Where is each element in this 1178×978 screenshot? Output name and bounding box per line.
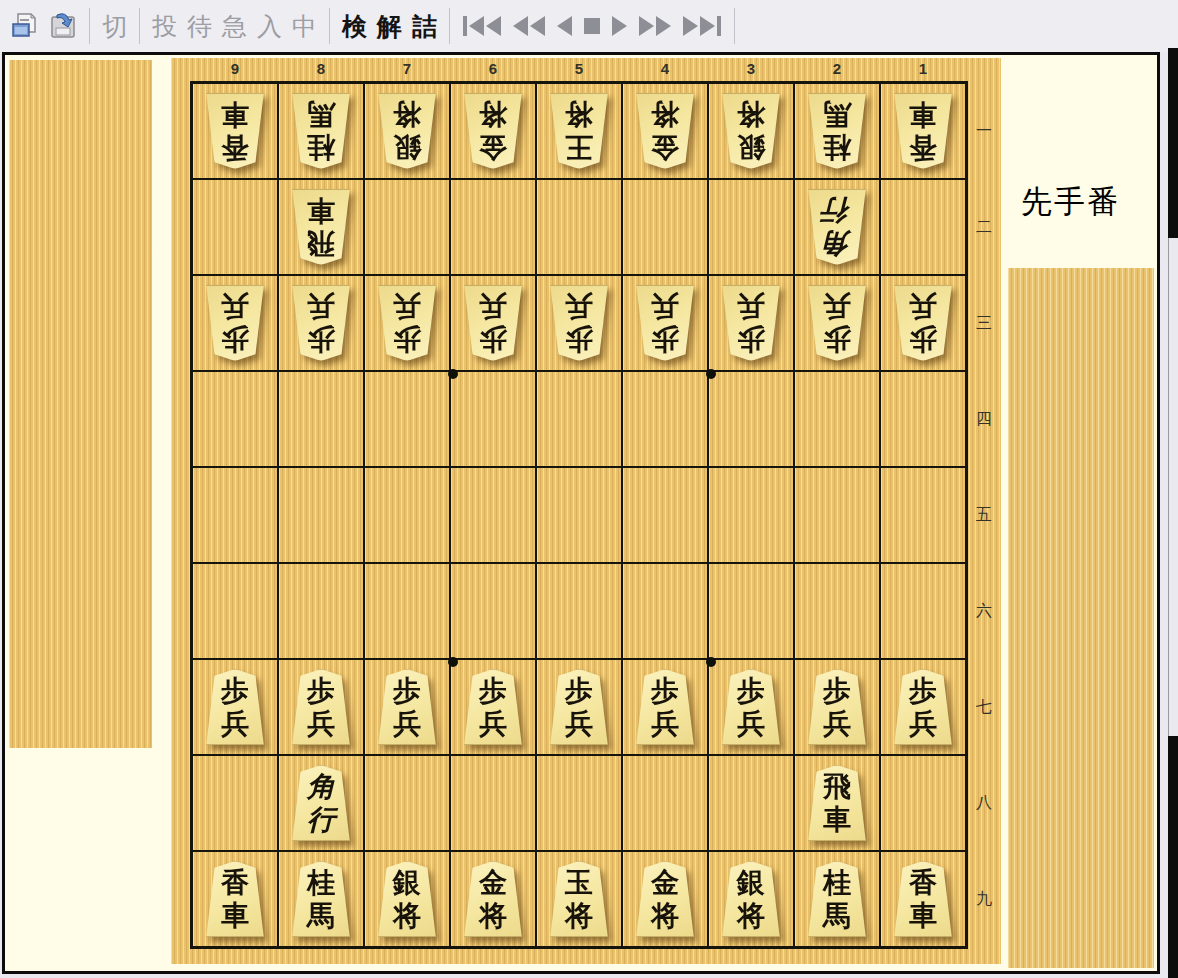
- piece-face: 銀将: [719, 93, 783, 169]
- toolbar-separator: [734, 8, 735, 44]
- piece-face: 歩兵: [203, 669, 267, 745]
- sente-piece-玉将-59[interactable]: 玉将: [547, 861, 611, 937]
- square-3-6[interactable]: [709, 564, 793, 658]
- gote-piece-stand[interactable]: [9, 60, 152, 748]
- square-8-8[interactable]: 角行: [279, 756, 363, 850]
- stop-button[interactable]: [584, 16, 600, 36]
- game-4-button[interactable]: 中: [287, 14, 322, 39]
- piece-face: 金将: [461, 861, 525, 937]
- square-1-7[interactable]: 歩兵: [881, 660, 965, 754]
- file-label-7: 7: [365, 60, 449, 77]
- square-1-2[interactable]: [881, 180, 965, 274]
- square-1-5[interactable]: [881, 468, 965, 562]
- square-2-2[interactable]: 角行: [795, 180, 879, 274]
- sente-piece-歩兵-77[interactable]: 歩兵: [375, 669, 439, 745]
- sente-piece-飛車-28[interactable]: 飛車: [805, 765, 869, 841]
- toolbar-separator: [329, 8, 330, 44]
- gote-piece-香車-11[interactable]: 香車: [891, 93, 955, 169]
- square-9-6[interactable]: [193, 564, 277, 658]
- piece-face: 銀将: [375, 861, 439, 937]
- rank-coordinate-labels: 一二三四五六七八九: [972, 84, 996, 946]
- sente-piece-歩兵-37[interactable]: 歩兵: [719, 669, 783, 745]
- rank-label-2: 二: [972, 180, 996, 274]
- piece-face: 歩兵: [461, 285, 525, 361]
- shogi-board: 987654321 香車桂馬銀将金将王将金将銀将桂馬香車飛車角行歩兵歩兵歩兵歩兵…: [171, 58, 1001, 964]
- square-2-8[interactable]: 飛車: [795, 756, 879, 850]
- square-3-7[interactable]: 歩兵: [709, 660, 793, 754]
- game-0-button[interactable]: 投: [147, 14, 182, 39]
- piece-face: 歩兵: [891, 285, 955, 361]
- sente-piece-stand[interactable]: [1008, 268, 1154, 968]
- square-1-4[interactable]: [881, 372, 965, 466]
- square-1-3[interactable]: 歩兵: [881, 276, 965, 370]
- piece-face: 銀将: [375, 93, 439, 169]
- gote-piece-香車-91[interactable]: 香車: [203, 93, 267, 169]
- piece-face: 歩兵: [375, 669, 439, 745]
- square-3-3[interactable]: 歩兵: [709, 276, 793, 370]
- toolbar-group-game: 投待急入中: [147, 14, 322, 39]
- file-label-2: 2: [795, 60, 879, 77]
- square-5-4[interactable]: [537, 372, 621, 466]
- star-point: [706, 657, 716, 667]
- gote-piece-金将-41[interactable]: 金将: [633, 93, 697, 169]
- square-7-9[interactable]: 銀将: [365, 852, 449, 946]
- rank-label-5: 五: [972, 468, 996, 562]
- square-7-1[interactable]: 銀将: [365, 84, 449, 178]
- square-4-7[interactable]: 歩兵: [623, 660, 707, 754]
- star-point: [706, 369, 716, 379]
- turn-indicator: 先手番: [1021, 181, 1120, 223]
- gote-piece-桂馬-21[interactable]: 桂馬: [805, 93, 869, 169]
- square-8-1[interactable]: 桂馬: [279, 84, 363, 178]
- square-3-5[interactable]: [709, 468, 793, 562]
- square-2-6[interactable]: [795, 564, 879, 658]
- square-5-1[interactable]: 王将: [537, 84, 621, 178]
- square-7-5[interactable]: [365, 468, 449, 562]
- toolbar: 切 投待急入中 検解詰: [0, 0, 1178, 52]
- gote-piece-歩兵-43[interactable]: 歩兵: [633, 285, 697, 361]
- save-file-icon[interactable]: [47, 10, 79, 42]
- square-6-4[interactable]: [451, 372, 535, 466]
- file-coordinate-labels: 987654321: [193, 60, 965, 77]
- square-2-7[interactable]: 歩兵: [795, 660, 879, 754]
- square-4-5[interactable]: [623, 468, 707, 562]
- file-label-4: 4: [623, 60, 707, 77]
- sente-piece-歩兵-17[interactable]: 歩兵: [891, 669, 955, 745]
- analysis-1-button[interactable]: 解: [372, 14, 407, 39]
- square-5-2[interactable]: [537, 180, 621, 274]
- square-6-9[interactable]: 金将: [451, 852, 535, 946]
- square-6-3[interactable]: 歩兵: [451, 276, 535, 370]
- square-7-2[interactable]: [365, 180, 449, 274]
- file-label-9: 9: [193, 60, 277, 77]
- piece-face: 歩兵: [891, 669, 955, 745]
- sente-piece-歩兵-67[interactable]: 歩兵: [461, 669, 525, 745]
- board-grid: 香車桂馬銀将金将王将金将銀将桂馬香車飛車角行歩兵歩兵歩兵歩兵歩兵歩兵歩兵歩兵歩兵…: [190, 81, 968, 949]
- toolbar-group-cut: 切: [97, 14, 132, 39]
- square-9-5[interactable]: [193, 468, 277, 562]
- square-8-6[interactable]: [279, 564, 363, 658]
- piece-face: 歩兵: [461, 669, 525, 745]
- square-6-6[interactable]: [451, 564, 535, 658]
- sente-piece-金将-49[interactable]: 金将: [633, 861, 697, 937]
- file-label-6: 6: [451, 60, 535, 77]
- square-4-4[interactable]: [623, 372, 707, 466]
- cut-0-button[interactable]: 切: [97, 14, 132, 39]
- square-9-9[interactable]: 香車: [193, 852, 277, 946]
- square-9-7[interactable]: 歩兵: [193, 660, 277, 754]
- sente-piece-角行-88[interactable]: 角行: [289, 765, 353, 841]
- analysis-2-button[interactable]: 詰: [407, 14, 442, 39]
- skip-to-start-button[interactable]: [463, 16, 501, 36]
- toolbar-separator: [139, 8, 140, 44]
- square-7-3[interactable]: 歩兵: [365, 276, 449, 370]
- square-5-5[interactable]: [537, 468, 621, 562]
- file-label-8: 8: [279, 60, 363, 77]
- piece-face: 桂馬: [805, 861, 869, 937]
- piece-face: 歩兵: [633, 285, 697, 361]
- square-6-8[interactable]: [451, 756, 535, 850]
- square-8-3[interactable]: 歩兵: [279, 276, 363, 370]
- shogi-board-window: 987654321 香車桂馬銀将金将王将金将銀将桂馬香車飛車角行歩兵歩兵歩兵歩兵…: [2, 52, 1160, 974]
- piece-face: 王将: [547, 93, 611, 169]
- star-point: [448, 369, 458, 379]
- game-1-button[interactable]: 待: [182, 14, 217, 39]
- square-2-5[interactable]: [795, 468, 879, 562]
- toolbar-separator: [449, 8, 450, 44]
- square-9-2[interactable]: [193, 180, 277, 274]
- gote-piece-歩兵-63[interactable]: 歩兵: [461, 285, 525, 361]
- rank-label-3: 三: [972, 276, 996, 370]
- adjacent-window-border: [1168, 238, 1169, 736]
- square-1-8[interactable]: [881, 756, 965, 850]
- sente-piece-香車-19[interactable]: 香車: [891, 861, 955, 937]
- sente-piece-歩兵-97[interactable]: 歩兵: [203, 669, 267, 745]
- square-9-3[interactable]: 歩兵: [193, 276, 277, 370]
- gote-piece-金将-61[interactable]: 金将: [461, 93, 525, 169]
- piece-face: 桂馬: [805, 93, 869, 169]
- square-2-9[interactable]: 桂馬: [795, 852, 879, 946]
- square-1-6[interactable]: [881, 564, 965, 658]
- sente-piece-桂馬-29[interactable]: 桂馬: [805, 861, 869, 937]
- sente-piece-歩兵-47[interactable]: 歩兵: [633, 669, 697, 745]
- piece-face: 歩兵: [289, 669, 353, 745]
- square-3-4[interactable]: [709, 372, 793, 466]
- square-6-5[interactable]: [451, 468, 535, 562]
- piece-face: 香車: [891, 93, 955, 169]
- square-6-2[interactable]: [451, 180, 535, 274]
- step-back-button[interactable]: [557, 16, 572, 36]
- square-7-6[interactable]: [365, 564, 449, 658]
- gote-piece-歩兵-83[interactable]: 歩兵: [289, 285, 353, 361]
- shogi-app: 切 投待急入中 検解詰 987654321 香車桂馬銀将金将王将金将銀将桂馬香車…: [0, 0, 1178, 978]
- square-8-7[interactable]: 歩兵: [279, 660, 363, 754]
- sente-piece-歩兵-27[interactable]: 歩兵: [805, 669, 869, 745]
- sente-piece-歩兵-87[interactable]: 歩兵: [289, 669, 353, 745]
- piece-face: 歩兵: [547, 669, 611, 745]
- rank-label-1: 一: [972, 84, 996, 178]
- piece-face: 香車: [891, 861, 955, 937]
- square-4-1[interactable]: 金将: [623, 84, 707, 178]
- game-2-button[interactable]: 急: [217, 14, 252, 39]
- skip-to-end-button[interactable]: [683, 16, 721, 36]
- gote-piece-歩兵-33[interactable]: 歩兵: [719, 285, 783, 361]
- square-8-9[interactable]: 桂馬: [279, 852, 363, 946]
- square-2-4[interactable]: [795, 372, 879, 466]
- sente-piece-銀将-39[interactable]: 銀将: [719, 861, 783, 937]
- file-label-1: 1: [881, 60, 965, 77]
- piece-face: 香車: [203, 93, 267, 169]
- piece-face: 歩兵: [375, 285, 439, 361]
- square-4-9[interactable]: 金将: [623, 852, 707, 946]
- piece-face: 歩兵: [719, 669, 783, 745]
- adjacent-window-edge: [1168, 48, 1178, 238]
- gote-piece-角行-22[interactable]: 角行: [805, 189, 869, 265]
- sente-piece-歩兵-57[interactable]: 歩兵: [547, 669, 611, 745]
- square-8-4[interactable]: [279, 372, 363, 466]
- file-label-5: 5: [537, 60, 621, 77]
- toolbar-separator: [89, 8, 90, 44]
- square-4-2[interactable]: [623, 180, 707, 274]
- gote-piece-王将-51[interactable]: 王将: [547, 93, 611, 169]
- adjacent-window-edge: [1168, 736, 1178, 978]
- square-1-1[interactable]: 香車: [881, 84, 965, 178]
- piece-face: 桂馬: [289, 93, 353, 169]
- file-label-3: 3: [709, 60, 793, 77]
- gote-piece-桂馬-81[interactable]: 桂馬: [289, 93, 353, 169]
- square-4-6[interactable]: [623, 564, 707, 658]
- square-5-7[interactable]: 歩兵: [537, 660, 621, 754]
- piece-face: 歩兵: [289, 285, 353, 361]
- rewind-button[interactable]: [513, 16, 545, 36]
- square-7-7[interactable]: 歩兵: [365, 660, 449, 754]
- piece-face: 金将: [633, 93, 697, 169]
- square-3-1[interactable]: 銀将: [709, 84, 793, 178]
- square-3-2[interactable]: [709, 180, 793, 274]
- sente-piece-銀将-79[interactable]: 銀将: [375, 861, 439, 937]
- square-5-6[interactable]: [537, 564, 621, 658]
- star-point: [448, 657, 458, 667]
- piece-face: 金将: [461, 93, 525, 169]
- piece-face: 銀将: [719, 861, 783, 937]
- analysis-0-button[interactable]: 検: [337, 14, 372, 39]
- square-2-3[interactable]: 歩兵: [795, 276, 879, 370]
- toolbar-playback-group: [457, 16, 727, 36]
- sente-piece-香車-99[interactable]: 香車: [203, 861, 267, 937]
- rank-label-7: 七: [972, 660, 996, 754]
- gote-piece-歩兵-93[interactable]: 歩兵: [203, 285, 267, 361]
- piece-face: 歩兵: [547, 285, 611, 361]
- square-8-2[interactable]: 飛車: [279, 180, 363, 274]
- rank-label-8: 八: [972, 756, 996, 850]
- piece-face: 香車: [203, 861, 267, 937]
- gote-piece-歩兵-23[interactable]: 歩兵: [805, 285, 869, 361]
- game-3-button[interactable]: 入: [252, 14, 287, 39]
- square-5-3[interactable]: 歩兵: [537, 276, 621, 370]
- square-9-4[interactable]: [193, 372, 277, 466]
- step-forward-button[interactable]: [612, 16, 627, 36]
- sente-piece-金将-69[interactable]: 金将: [461, 861, 525, 937]
- gote-piece-歩兵-73[interactable]: 歩兵: [375, 285, 439, 361]
- piece-face: 金将: [633, 861, 697, 937]
- rank-label-9: 九: [972, 852, 996, 946]
- rank-label-6: 六: [972, 564, 996, 658]
- gote-piece-銀将-71[interactable]: 銀将: [375, 93, 439, 169]
- piece-face: 歩兵: [719, 285, 783, 361]
- square-2-1[interactable]: 桂馬: [795, 84, 879, 178]
- rank-label-4: 四: [972, 372, 996, 466]
- gote-piece-銀将-31[interactable]: 銀将: [719, 93, 783, 169]
- square-6-7[interactable]: 歩兵: [451, 660, 535, 754]
- piece-face: 桂馬: [289, 861, 353, 937]
- piece-face: 玉将: [547, 861, 611, 937]
- square-4-3[interactable]: 歩兵: [623, 276, 707, 370]
- piece-face: 歩兵: [633, 669, 697, 745]
- square-7-8[interactable]: [365, 756, 449, 850]
- square-7-4[interactable]: [365, 372, 449, 466]
- square-5-9[interactable]: 玉将: [537, 852, 621, 946]
- piece-face: 飛車: [289, 189, 353, 265]
- square-8-5[interactable]: [279, 468, 363, 562]
- square-5-8[interactable]: [537, 756, 621, 850]
- piece-face: 歩兵: [203, 285, 267, 361]
- open-file-icon[interactable]: [9, 10, 41, 42]
- sente-piece-桂馬-89[interactable]: 桂馬: [289, 861, 353, 937]
- square-9-1[interactable]: 香車: [193, 84, 277, 178]
- piece-face: 飛車: [805, 765, 869, 841]
- square-6-1[interactable]: 金将: [451, 84, 535, 178]
- gote-piece-歩兵-13[interactable]: 歩兵: [891, 285, 955, 361]
- gote-piece-飛車-82[interactable]: 飛車: [289, 189, 353, 265]
- gote-piece-歩兵-53[interactable]: 歩兵: [547, 285, 611, 361]
- piece-face: 歩兵: [805, 669, 869, 745]
- piece-face: 角行: [805, 189, 869, 265]
- square-3-8[interactable]: [709, 756, 793, 850]
- square-1-9[interactable]: 香車: [881, 852, 965, 946]
- toolbar-group-analysis: 検解詰: [337, 14, 442, 39]
- piece-face: 歩兵: [805, 285, 869, 361]
- square-9-8[interactable]: [193, 756, 277, 850]
- square-4-8[interactable]: [623, 756, 707, 850]
- piece-face: 角行: [289, 765, 353, 841]
- square-3-9[interactable]: 銀将: [709, 852, 793, 946]
- fast-forward-button[interactable]: [639, 16, 671, 36]
